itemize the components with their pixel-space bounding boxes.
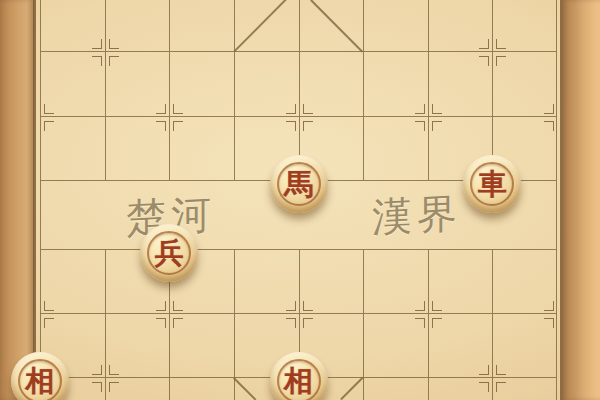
- piece-character: 兵: [155, 239, 184, 268]
- board-cell[interactable]: [169, 0, 234, 52]
- point-marker: [303, 104, 313, 114]
- point-marker: [173, 301, 183, 311]
- point-marker: [44, 318, 54, 328]
- point-marker: [109, 382, 119, 392]
- piece-horse-red[interactable]: 馬: [270, 155, 328, 213]
- board-left-wood-edge: [0, 0, 34, 400]
- board-right-border-line: [560, 0, 563, 400]
- point-marker: [156, 104, 166, 114]
- point-marker: [544, 104, 554, 114]
- point-marker: [496, 365, 506, 375]
- point-marker: [92, 365, 102, 375]
- point-marker: [479, 365, 489, 375]
- board-left-border-line: [33, 0, 36, 400]
- point-marker: [479, 39, 489, 49]
- point-marker: [156, 301, 166, 311]
- point-marker: [303, 121, 313, 131]
- point-marker: [415, 104, 425, 114]
- point-marker: [109, 56, 119, 66]
- point-marker: [432, 301, 442, 311]
- piece-elephant-red[interactable]: 相: [270, 352, 328, 400]
- point-marker: [156, 121, 166, 131]
- board-right-wood-edge: [563, 0, 600, 400]
- point-marker: [496, 39, 506, 49]
- point-marker: [544, 301, 554, 311]
- point-marker: [92, 56, 102, 66]
- point-marker: [173, 121, 183, 131]
- point-marker: [432, 104, 442, 114]
- point-marker: [44, 301, 54, 311]
- piece-character: 相: [284, 367, 313, 396]
- piece-soldier-red[interactable]: 兵: [140, 224, 198, 282]
- point-marker: [496, 56, 506, 66]
- point-marker: [92, 382, 102, 392]
- point-marker: [432, 121, 442, 131]
- point-marker: [544, 121, 554, 131]
- point-marker: [44, 104, 54, 114]
- point-marker: [44, 121, 54, 131]
- point-marker: [286, 318, 296, 328]
- board-cell[interactable]: [169, 378, 234, 400]
- piece-character: 車: [478, 170, 507, 199]
- point-marker: [496, 382, 506, 392]
- point-marker: [432, 318, 442, 328]
- point-marker: [173, 318, 183, 328]
- point-marker: [173, 104, 183, 114]
- river-label-han: 漢界: [372, 193, 462, 238]
- point-marker: [156, 318, 166, 328]
- point-marker: [479, 382, 489, 392]
- point-marker: [479, 56, 489, 66]
- point-marker: [303, 301, 313, 311]
- board-cell[interactable]: [363, 378, 428, 400]
- point-marker: [92, 39, 102, 49]
- board-cell[interactable]: [363, 0, 428, 52]
- piece-chariot-red[interactable]: 車: [463, 155, 521, 213]
- point-marker: [415, 318, 425, 328]
- point-marker: [415, 301, 425, 311]
- point-marker: [109, 39, 119, 49]
- xiangqi-board-screen: 楚河 漢界 馬車兵相相: [0, 0, 600, 400]
- point-marker: [286, 104, 296, 114]
- piece-character: 馬: [284, 170, 313, 199]
- point-marker: [415, 121, 425, 131]
- board-cell[interactable]: [234, 0, 299, 52]
- point-marker: [303, 318, 313, 328]
- point-marker: [286, 301, 296, 311]
- point-marker: [109, 365, 119, 375]
- piece-character: 相: [26, 367, 55, 396]
- point-marker: [544, 318, 554, 328]
- point-marker: [286, 121, 296, 131]
- board-cell[interactable]: [40, 181, 105, 250]
